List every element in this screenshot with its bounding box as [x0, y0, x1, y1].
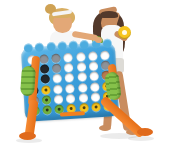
empty-hole-showing-white-background: [89, 61, 99, 71]
scallop-bump: [102, 38, 112, 48]
empty-hole-shadow-grey: [52, 63, 62, 73]
empty-hole-showing-white-background: [66, 94, 76, 104]
scallop-bump: [80, 40, 90, 50]
empty-hole-shadow-black: [40, 64, 50, 74]
hole-r6-c2: [41, 105, 54, 116]
yellow-disc: [91, 102, 101, 112]
empty-hole-shadow-grey: [39, 54, 49, 64]
scallop-bump: [35, 43, 45, 53]
held-disc-hole: [122, 30, 127, 35]
product-photo-scene: [0, 0, 180, 149]
disc-center-hole: [70, 107, 73, 110]
empty-hole-showing-white-background: [89, 72, 99, 82]
green-disc: [42, 105, 52, 115]
disc-center-hole: [46, 109, 49, 112]
shadow-right-leg: [128, 136, 154, 141]
disc-center-hole: [45, 98, 48, 101]
empty-hole-showing-white-background: [90, 82, 100, 92]
disc-center-hole: [44, 88, 47, 91]
scallop-bump: [46, 42, 56, 52]
scallop-bump: [57, 41, 67, 51]
empty-hole-showing-white-background: [100, 50, 110, 60]
empty-hole-shadow-black: [40, 75, 50, 85]
empty-hole-showing-white-background: [66, 83, 76, 93]
empty-hole-showing-white-background: [53, 84, 63, 94]
left-girl-hand: [95, 37, 102, 43]
board-left-green-handle: [20, 66, 36, 97]
disc-center-hole: [95, 106, 98, 109]
board-left-foot: [19, 132, 36, 140]
right-girl-fringe: [100, 11, 118, 18]
yellow-disc: [41, 85, 51, 95]
empty-hole-showing-white-background: [77, 72, 87, 82]
disc-center-hole: [82, 106, 85, 109]
empty-hole-showing-white-background: [78, 93, 88, 103]
held-yellow-disc: [118, 26, 131, 39]
green-disc: [42, 95, 52, 105]
scallop-bump: [69, 40, 79, 50]
empty-hole-showing-white-background: [76, 52, 86, 62]
empty-hole-showing-white-background: [53, 74, 63, 84]
empty-hole-showing-white-background: [88, 51, 98, 61]
right-girl-left-foot: [99, 125, 111, 131]
empty-hole-showing-white-background: [54, 94, 64, 104]
empty-hole-shadow-grey: [51, 53, 61, 63]
empty-hole-showing-white-background: [64, 52, 74, 62]
empty-hole-showing-white-background: [64, 63, 74, 73]
disc-center-hole: [58, 108, 61, 111]
empty-hole-showing-white-background: [65, 73, 75, 83]
board-right-foot: [137, 128, 153, 136]
empty-hole-showing-white-background: [77, 62, 87, 72]
empty-hole-showing-white-background: [91, 92, 101, 102]
scallop-bump: [24, 43, 34, 53]
empty-hole-showing-white-background: [78, 83, 88, 93]
